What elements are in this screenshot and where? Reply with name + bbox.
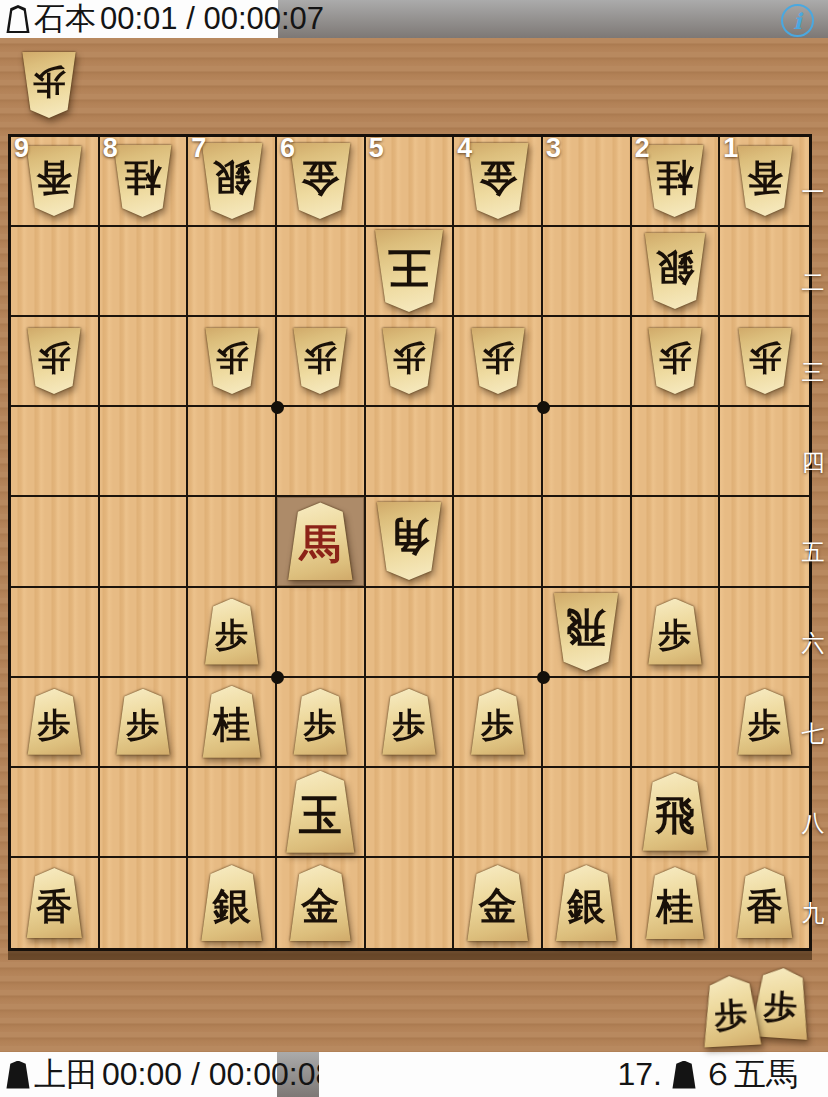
gote-piece-body: 金	[465, 143, 531, 219]
piece-kanji: 金	[479, 887, 517, 925]
gote-piece-body: 歩	[736, 328, 794, 394]
square-57[interactable]: 歩	[366, 678, 455, 768]
piece-kanji: 歩	[481, 342, 514, 375]
square-17[interactable]: 歩	[720, 678, 809, 768]
move-number: 17.	[618, 1056, 662, 1093]
gote-piece-body: 歩	[380, 328, 438, 394]
move-display-section: 17. ６五馬	[319, 1052, 828, 1097]
file-label-9: 9	[14, 135, 29, 162]
square-84[interactable]	[100, 407, 189, 497]
piece-歩[interactable]: 歩	[736, 689, 794, 755]
gote-piece-body: 桂	[111, 145, 174, 217]
piece-桂[interactable]: 桂	[643, 145, 706, 217]
square-23[interactable]: 歩	[632, 317, 721, 407]
square-68[interactable]: 玉	[277, 768, 366, 858]
piece-桂[interactable]: 桂	[643, 867, 706, 939]
top-player-section: 石本 00:01 / 00:00:07	[0, 0, 278, 38]
piece-kanji: 銀	[567, 887, 605, 925]
square-77[interactable]: 桂	[188, 678, 277, 768]
sente-piece-body: 歩	[291, 689, 349, 755]
piece-kanji: 歩	[215, 342, 248, 375]
square-79[interactable]: 銀	[188, 858, 277, 948]
square-98[interactable]	[11, 768, 100, 858]
piece-歩[interactable]: 歩	[20, 52, 78, 118]
piece-kanji: 香	[747, 888, 783, 924]
top-player-time: 00:01 / 00:00:07	[100, 1, 324, 37]
piece-kanji: 歩	[714, 997, 749, 1032]
square-46[interactable]	[454, 588, 543, 678]
gote-piece-body: 金	[287, 143, 353, 219]
sente-piece-body: 歩	[646, 599, 704, 665]
white-shogi-piece-icon	[6, 5, 30, 33]
piece-kanji: 歩	[215, 618, 248, 651]
square-49[interactable]: 金	[454, 858, 543, 948]
gote-piece-body: 香	[24, 146, 84, 216]
square-67[interactable]: 歩	[277, 678, 366, 768]
piece-銀[interactable]: 銀	[199, 865, 265, 941]
square-24[interactable]	[632, 407, 721, 497]
piece-銀[interactable]: 銀	[642, 233, 708, 309]
piece-kanji: 馬	[300, 524, 341, 565]
piece-歩[interactable]: 歩	[25, 328, 83, 394]
gote-piece-body: 角	[374, 502, 444, 580]
piece-銀[interactable]: 銀	[553, 865, 619, 941]
piece-kanji: 桂	[656, 888, 693, 925]
sente-piece-body: 桂	[200, 686, 263, 758]
piece-kanji: 銀	[213, 887, 251, 925]
piece-歩[interactable]: 歩	[380, 328, 438, 394]
sente-piece-body: 飛	[640, 773, 710, 851]
file-label-5: 5	[369, 135, 384, 162]
square-97[interactable]: 歩	[11, 678, 100, 768]
piece-kanji: 歩	[33, 66, 66, 99]
star-dot	[537, 401, 550, 414]
app-screen: 歩 香桂銀金金桂香王銀歩歩歩歩歩歩歩馬角歩飛歩歩歩桂歩歩歩歩玉飛香銀金金銀桂香 …	[0, 0, 828, 1097]
square-92[interactable]	[11, 227, 100, 317]
piece-王[interactable]: 王	[372, 230, 446, 312]
piece-kanji: 歩	[392, 342, 425, 375]
square-66[interactable]	[277, 588, 366, 678]
square-14[interactable]	[720, 407, 809, 497]
sente-hand: 歩歩	[700, 968, 814, 1046]
square-94[interactable]	[11, 407, 100, 497]
piece-kanji: 歩	[304, 342, 337, 375]
piece-kanji: 歩	[658, 342, 691, 375]
piece-歩[interactable]: 歩	[469, 328, 527, 394]
file-label-4: 4	[457, 135, 472, 162]
square-47[interactable]: 歩	[454, 678, 543, 768]
piece-飛[interactable]: 飛	[640, 773, 710, 851]
piece-歩[interactable]: 歩	[203, 328, 261, 394]
square-39[interactable]: 銀	[543, 858, 632, 948]
piece-歩[interactable]: 歩	[646, 599, 704, 665]
piece-桂[interactable]: 桂	[200, 686, 263, 758]
square-65[interactable]: 馬	[277, 497, 366, 587]
piece-kanji: 歩	[763, 988, 798, 1023]
square-87[interactable]: 歩	[100, 678, 189, 768]
gote-piece-body: 飛	[551, 593, 621, 671]
piece-kanji: 金	[301, 887, 339, 925]
square-22[interactable]: 銀	[632, 227, 721, 317]
piece-kanji: 角	[389, 518, 429, 558]
square-42[interactable]	[454, 227, 543, 317]
square-13[interactable]: 歩	[720, 317, 809, 407]
top-bar: 石本 00:01 / 00:00:07 i	[0, 0, 828, 38]
piece-歩[interactable]: 歩	[203, 599, 261, 665]
info-button[interactable]: i	[781, 4, 814, 37]
piece-歩[interactable]: 歩	[291, 328, 349, 394]
star-dot	[271, 671, 284, 684]
gote-piece-body: 銀	[199, 143, 265, 219]
square-32[interactable]	[543, 227, 632, 317]
square-34[interactable]	[543, 407, 632, 497]
bottom-player-name: 上田	[34, 1053, 98, 1097]
square-55[interactable]: 角	[366, 497, 455, 587]
rank-label-四: 四	[797, 451, 828, 474]
rank-label-一: 一	[797, 181, 828, 204]
info-icon: i	[793, 10, 801, 32]
board-grid: 香桂銀金金桂香王銀歩歩歩歩歩歩歩馬角歩飛歩歩歩桂歩歩歩歩玉飛香銀金金銀桂香	[11, 137, 809, 948]
piece-香[interactable]: 香	[24, 868, 84, 938]
bottom-player-time: 00:00 / 00:00:08	[102, 1056, 333, 1093]
square-59[interactable]	[366, 858, 455, 948]
piece-歩[interactable]: 歩	[646, 328, 704, 394]
move-black-piece-icon	[672, 1061, 696, 1089]
square-29[interactable]: 桂	[632, 858, 721, 948]
square-74[interactable]	[188, 407, 277, 497]
piece-kanji: 金	[301, 159, 339, 197]
piece-飛[interactable]: 飛	[551, 593, 621, 671]
square-86[interactable]	[100, 588, 189, 678]
piece-kanji: 王	[387, 246, 430, 289]
square-64[interactable]	[277, 407, 366, 497]
piece-金[interactable]: 金	[287, 865, 353, 941]
gote-piece-body: 歩	[291, 328, 349, 394]
piece-桂[interactable]: 桂	[111, 145, 174, 217]
piece-kanji: 桂	[213, 706, 250, 743]
piece-歩[interactable]: 歩	[380, 689, 438, 755]
gote-piece-body: 歩	[203, 328, 261, 394]
gote-piece-body: 香	[735, 146, 795, 216]
square-52[interactable]: 王	[366, 227, 455, 317]
square-62[interactable]	[277, 227, 366, 317]
file-label-6: 6	[280, 135, 295, 162]
sente-piece-body: 歩	[25, 689, 83, 755]
sente-piece-body: 歩	[114, 689, 172, 755]
sente-piece-body: 香	[24, 868, 84, 938]
piece-kanji: 歩	[304, 708, 337, 741]
square-37[interactable]	[543, 678, 632, 768]
piece-kanji: 飛	[655, 795, 695, 835]
piece-歩[interactable]: 歩	[25, 689, 83, 755]
gote-piece-body: 歩	[20, 52, 78, 118]
square-72[interactable]	[188, 227, 277, 317]
gote-piece-body: 王	[372, 230, 446, 312]
piece-kanji: 桂	[656, 159, 693, 196]
sente-piece-body: 銀	[553, 865, 619, 941]
piece-kanji: 歩	[38, 342, 71, 375]
square-78[interactable]	[188, 768, 277, 858]
piece-香[interactable]: 香	[735, 146, 795, 216]
square-26[interactable]: 歩	[632, 588, 721, 678]
square-38[interactable]	[543, 768, 632, 858]
gote-piece-body: 歩	[646, 328, 704, 394]
square-69[interactable]: 金	[277, 858, 366, 948]
piece-kanji: 香	[36, 888, 72, 924]
sente-piece-body: 歩	[736, 689, 794, 755]
piece-馬[interactable]: 馬	[285, 502, 355, 580]
square-25[interactable]	[632, 497, 721, 587]
piece-歩[interactable]: 歩	[114, 689, 172, 755]
piece-kanji: 飛	[566, 608, 606, 648]
square-28[interactable]: 飛	[632, 768, 721, 858]
square-35[interactable]	[543, 497, 632, 587]
piece-金[interactable]: 金	[287, 143, 353, 219]
sente-piece-body: 桂	[643, 867, 706, 939]
move-text: ６五馬	[702, 1053, 798, 1097]
square-36[interactable]: 飛	[543, 588, 632, 678]
wood-background: 歩 香桂銀金金桂香王銀歩歩歩歩歩歩歩馬角歩飛歩歩歩桂歩歩歩歩玉飛香銀金金銀桂香 …	[0, 38, 828, 1052]
square-99[interactable]: 香	[11, 858, 100, 948]
black-shogi-piece-icon	[6, 1061, 30, 1089]
square-95[interactable]	[11, 497, 100, 587]
piece-kanji: 歩	[392, 708, 425, 741]
square-15[interactable]	[720, 497, 809, 587]
square-53[interactable]: 歩	[366, 317, 455, 407]
file-label-8: 8	[103, 135, 118, 162]
piece-香[interactable]: 香	[735, 868, 795, 938]
square-83[interactable]	[100, 317, 189, 407]
sente-piece-body: 歩	[380, 689, 438, 755]
gote-hand: 歩	[20, 52, 78, 118]
square-16[interactable]	[720, 588, 809, 678]
rank-label-二: 二	[797, 271, 828, 294]
file-label-7: 7	[191, 135, 206, 162]
piece-歩[interactable]: 歩	[291, 689, 349, 755]
rank-label-三: 三	[797, 361, 828, 384]
sente-piece-body: 歩	[698, 974, 764, 1047]
piece-kanji: 歩	[748, 342, 781, 375]
square-19[interactable]: 香	[720, 858, 809, 948]
sente-piece-body: 香	[735, 868, 795, 938]
bottom-player-section: 上田 00:00 / 00:00:08	[0, 1052, 277, 1097]
piece-kanji: 歩	[38, 708, 71, 741]
rank-label-九: 九	[797, 902, 828, 925]
gote-piece-body: 銀	[642, 233, 708, 309]
square-85[interactable]	[100, 497, 189, 587]
piece-kanji: 歩	[126, 708, 159, 741]
piece-kanji: 香	[36, 160, 72, 196]
square-12[interactable]	[720, 227, 809, 317]
square-27[interactable]	[632, 678, 721, 768]
square-88[interactable]	[100, 768, 189, 858]
gote-piece-body: 歩	[469, 328, 527, 394]
piece-kanji: 歩	[481, 708, 514, 741]
square-93[interactable]: 歩	[11, 317, 100, 407]
piece-歩[interactable]: 歩	[469, 689, 527, 755]
square-89[interactable]	[100, 858, 189, 948]
file-label-3: 3	[546, 135, 561, 162]
star-dot	[271, 401, 284, 414]
top-player-name: 石本	[34, 0, 96, 40]
square-43[interactable]: 歩	[454, 317, 543, 407]
square-75[interactable]	[188, 497, 277, 587]
piece-玉[interactable]: 玉	[283, 771, 357, 853]
gote-piece-body: 歩	[25, 328, 83, 394]
piece-kanji: 銀	[656, 249, 694, 287]
square-73[interactable]: 歩	[188, 317, 277, 407]
sente-piece-body: 金	[465, 865, 531, 941]
square-45[interactable]	[454, 497, 543, 587]
square-44[interactable]	[454, 407, 543, 497]
sente-piece-body: 歩	[203, 599, 261, 665]
piece-香[interactable]: 香	[24, 146, 84, 216]
square-82[interactable]	[100, 227, 189, 317]
rank-label-七: 七	[797, 722, 828, 745]
piece-kanji: 銀	[213, 159, 251, 197]
square-96[interactable]	[11, 588, 100, 678]
piece-金[interactable]: 金	[465, 143, 531, 219]
piece-歩[interactable]: 歩	[736, 328, 794, 394]
rank-label-八: 八	[797, 812, 828, 835]
piece-銀[interactable]: 銀	[199, 143, 265, 219]
sente-piece-body: 玉	[283, 771, 357, 853]
piece-kanji: 歩	[748, 708, 781, 741]
gote-piece-body: 桂	[643, 145, 706, 217]
file-label-2: 2	[635, 135, 650, 162]
square-56[interactable]	[366, 588, 455, 678]
piece-kanji: 金	[479, 159, 517, 197]
piece-kanji: 玉	[299, 794, 342, 837]
piece-金[interactable]: 金	[465, 865, 531, 941]
sente-piece-body: 歩	[469, 689, 527, 755]
piece-kanji: 香	[747, 160, 783, 196]
square-33[interactable]	[543, 317, 632, 407]
square-76[interactable]: 歩	[188, 588, 277, 678]
piece-角[interactable]: 角	[374, 502, 444, 580]
square-48[interactable]	[454, 768, 543, 858]
square-54[interactable]	[366, 407, 455, 497]
piece-kanji: 歩	[658, 618, 691, 651]
rank-label-六: 六	[797, 632, 828, 655]
rank-label-五: 五	[797, 541, 828, 564]
square-58[interactable]	[366, 768, 455, 858]
square-63[interactable]: 歩	[277, 317, 366, 407]
sente-piece-body: 金	[287, 865, 353, 941]
file-label-1: 1	[723, 135, 738, 162]
sente-piece-body: 馬	[285, 502, 355, 580]
square-18[interactable]	[720, 768, 809, 858]
bottom-bar: 上田 00:00 / 00:00:08 17. ６五馬	[0, 1052, 828, 1097]
piece-歩[interactable]: 歩	[698, 974, 764, 1047]
board: 香桂銀金金桂香王銀歩歩歩歩歩歩歩馬角歩飛歩歩歩桂歩歩歩歩玉飛香銀金金銀桂香 98…	[8, 134, 812, 951]
sente-piece-body: 銀	[199, 865, 265, 941]
piece-kanji: 桂	[124, 159, 161, 196]
